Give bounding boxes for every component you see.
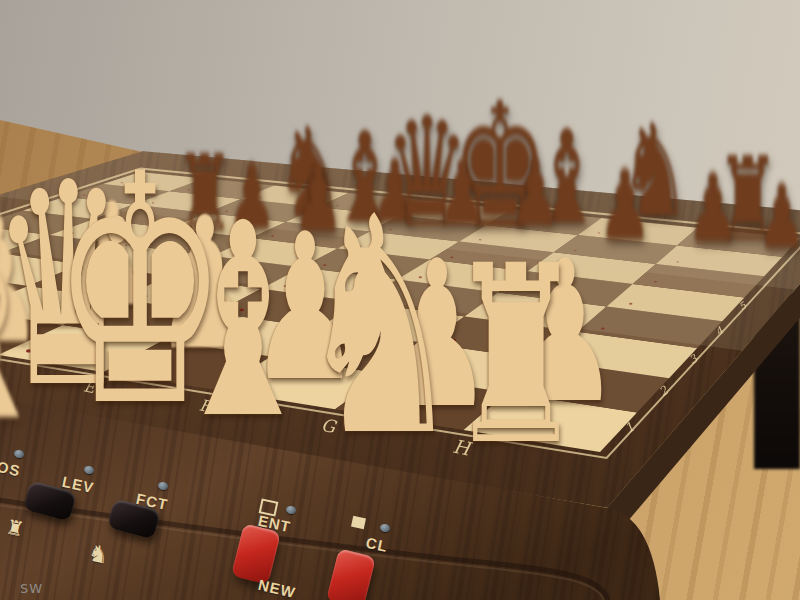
square-led-dot bbox=[132, 366, 138, 369]
watermark: SW bbox=[20, 581, 43, 596]
square-led-dot bbox=[240, 309, 245, 312]
square-led-dot bbox=[363, 403, 369, 406]
chess-computer: EFGH12345 bbox=[0, 0, 800, 600]
square-led-dot bbox=[143, 295, 148, 298]
photo-scene: EFGH12345 ♞♞♝♝♟♛♚♟♟♟♜♟♜♟♟♟♟♟♟♟♛♚♟♟♝♝♞♜ P… bbox=[0, 0, 800, 600]
square-led-dot bbox=[533, 387, 538, 390]
square-led-dot bbox=[89, 320, 94, 323]
square-led-dot bbox=[569, 356, 574, 359]
square-led-dot bbox=[452, 339, 457, 342]
square-led-dot bbox=[411, 369, 416, 372]
square-led-dot bbox=[26, 349, 32, 352]
square-led-dot bbox=[343, 323, 348, 326]
square-led-dot bbox=[189, 335, 194, 338]
square-led-dot bbox=[297, 352, 302, 355]
square-led-dot bbox=[52, 282, 57, 285]
square-led-dot bbox=[492, 424, 498, 427]
square-led-dot bbox=[244, 384, 250, 387]
